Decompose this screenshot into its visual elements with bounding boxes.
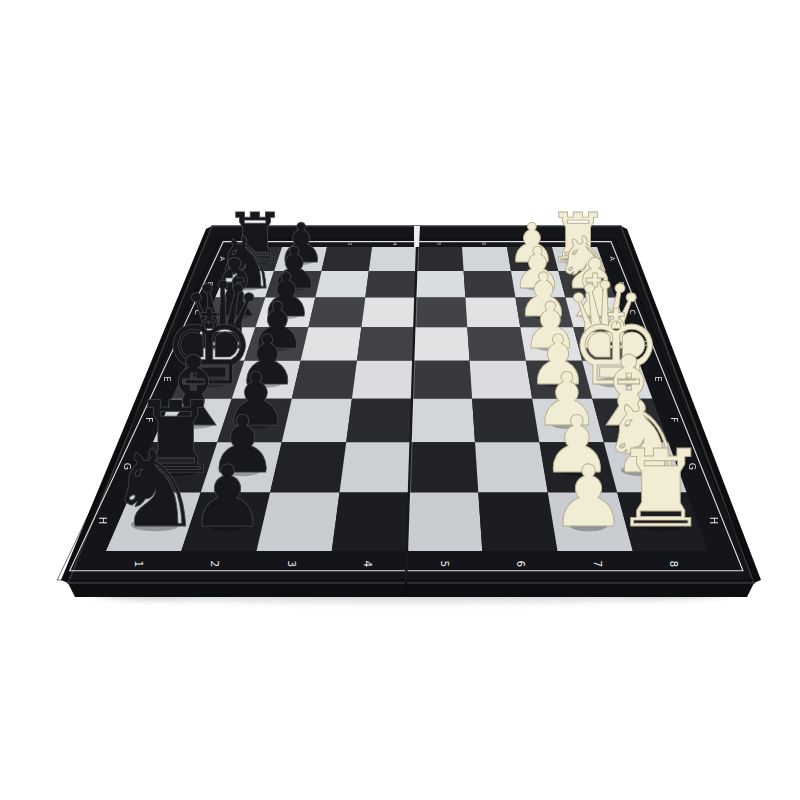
rank-label-far-3: 3 (347, 242, 353, 246)
square-h3 (257, 492, 340, 551)
square-a3 (322, 247, 373, 271)
chessboard-perspective-photo: 1122334455667788HHGGFFEEDDCCBBAA♜♟♟♜♞♟♟♞… (0, 0, 800, 800)
square-e6 (470, 361, 533, 399)
square-d5 (413, 327, 469, 361)
rank-label-front-7: 7 (592, 561, 604, 568)
rank-label-front-8: 8 (668, 561, 680, 568)
fold-gap-far (414, 226, 420, 247)
rank-label-far-5: 5 (436, 242, 442, 246)
square-c3 (308, 298, 365, 328)
square-c6 (465, 298, 520, 328)
square-f4 (346, 399, 412, 442)
rank-label-front-6: 6 (515, 561, 527, 568)
rank-label-front-5: 5 (439, 561, 451, 568)
square-a4 (369, 247, 417, 271)
square-f6 (472, 399, 539, 442)
rank-label-front-2: 2 (209, 561, 221, 568)
piece-white-pawn-h7: ♟ (550, 447, 626, 546)
square-d4 (357, 327, 415, 361)
piece-black-knight-h1: ♞ (107, 427, 203, 551)
square-e5 (412, 361, 472, 399)
square-g3 (270, 442, 346, 492)
square-c5 (414, 298, 467, 328)
square-e3 (292, 361, 357, 399)
square-f3 (282, 399, 352, 442)
rank-label-front-3: 3 (286, 561, 298, 568)
square-h5 (407, 492, 482, 551)
rank-label-front-1: 1 (133, 561, 145, 568)
square-g4 (340, 442, 411, 492)
square-c4 (361, 298, 415, 328)
square-a6 (462, 247, 511, 271)
square-e4 (352, 361, 413, 399)
board-front-face (68, 583, 754, 597)
square-g6 (475, 442, 548, 492)
square-b4 (365, 271, 416, 298)
square-g5 (409, 442, 478, 492)
file-label-right-H: H (708, 517, 719, 525)
fold-seam-front (405, 583, 406, 596)
square-d6 (467, 327, 526, 361)
square-a5 (416, 247, 463, 271)
rank-label-far-4: 4 (392, 242, 398, 246)
rank-label-front-4: 4 (362, 561, 374, 568)
folding-chess-set-photo: 1122334455667788HHGGFFEEDDCCBBAA♜♟♟♜♞♟♟♞… (0, 0, 800, 800)
square-b5 (415, 271, 465, 298)
rank-label-far-6: 6 (481, 242, 487, 246)
square-d3 (301, 327, 362, 361)
piece-white-rook-h8: ♜ (613, 427, 709, 551)
square-h4 (332, 492, 409, 551)
square-f5 (411, 399, 475, 442)
square-h6 (478, 492, 557, 551)
